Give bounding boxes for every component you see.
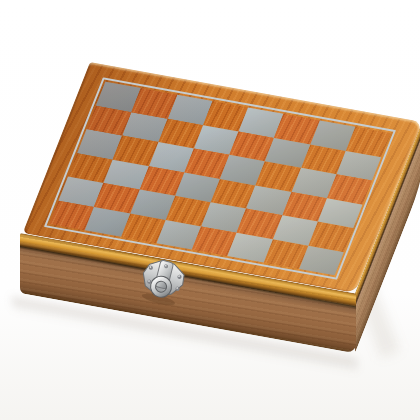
chess-board <box>49 82 390 276</box>
clasp-latch-icon <box>132 251 195 310</box>
product-photo-scene <box>0 0 420 420</box>
board-square <box>299 245 344 275</box>
